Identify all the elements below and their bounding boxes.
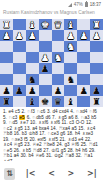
square-d7[interactable]: ♟ [52, 85, 65, 96]
previous-move-button[interactable]: < [46, 168, 57, 180]
black-bishop: ♝ [67, 97, 76, 107]
square-h5[interactable] [0, 63, 13, 74]
square-d6[interactable] [52, 74, 65, 85]
square-b3[interactable] [77, 41, 90, 52]
square-h6[interactable] [0, 74, 13, 85]
square-c4[interactable] [64, 52, 77, 63]
white-pawn: ♟ [79, 31, 88, 41]
flip-board-button[interactable]: ⇅ [4, 168, 15, 180]
white-bishop: ♝ [28, 20, 37, 30]
square-b5[interactable] [77, 63, 90, 74]
black-rook: ♜ [92, 97, 101, 107]
square-d4[interactable]: ♞ [52, 52, 65, 63]
white-knight: ♞ [54, 53, 63, 63]
square-d8[interactable]: ♛ [52, 96, 65, 107]
square-a5[interactable] [90, 63, 103, 74]
white-queen: ♛ [54, 20, 63, 30]
chess-board: ♜♝♚♛♝♜♟♟♟♟♟♟♞♟♞♟♞♞♟♟♟♟♟♟♜♝♚♛♝♜ [0, 19, 103, 107]
square-f4[interactable] [26, 52, 39, 63]
square-c3[interactable]: ♞ [64, 41, 77, 52]
signal-icon [68, 3, 72, 7]
square-a3[interactable] [90, 41, 103, 52]
square-a2[interactable]: ♟ [90, 30, 103, 41]
square-g5[interactable] [13, 63, 26, 74]
square-h2[interactable]: ♟ [0, 30, 13, 41]
first-move-button[interactable]: |< [24, 168, 38, 180]
square-c2[interactable]: ♟ [64, 30, 77, 41]
black-knight: ♞ [28, 75, 37, 85]
square-c7[interactable] [64, 85, 77, 96]
square-g1[interactable] [13, 19, 26, 30]
square-d1[interactable]: ♛ [52, 19, 65, 30]
white-pawn: ♟ [2, 31, 11, 41]
square-c6[interactable]: ♞ [64, 74, 77, 85]
square-f2[interactable]: ♟ [26, 30, 39, 41]
square-f1[interactable]: ♝ [26, 19, 39, 30]
square-g6[interactable] [13, 74, 26, 85]
black-pawn: ♟ [92, 86, 101, 96]
next-move-button[interactable]: > [66, 168, 77, 180]
square-g2[interactable]: ♟ [13, 30, 26, 41]
square-a6[interactable] [90, 74, 103, 85]
square-h4[interactable] [0, 52, 13, 63]
white-rook: ♜ [92, 20, 101, 30]
moves-after-current[interactable]: 6. ♘db5 d6 7. ♗g5 a6 8. ♘a3 b5 9. ♘d5 ♗e… [3, 115, 98, 162]
square-g8[interactable] [13, 96, 26, 107]
square-d2[interactable] [52, 30, 65, 41]
square-e4[interactable]: ♟ [39, 52, 52, 63]
white-rook: ♜ [2, 20, 11, 30]
square-b1[interactable] [77, 19, 90, 30]
square-e2[interactable] [39, 30, 52, 41]
square-g4[interactable] [13, 52, 26, 63]
white-pawn: ♟ [15, 31, 24, 41]
square-e7[interactable] [39, 85, 52, 96]
navigation-toolbar: ⇅ |< < > >| [0, 164, 103, 183]
last-move-button[interactable]: >| [85, 168, 99, 180]
black-pawn: ♟ [28, 86, 37, 96]
square-e1[interactable]: ♚ [39, 19, 52, 30]
black-rook: ♜ [2, 97, 11, 107]
move-list[interactable]: 1. e4 c5 2. ♘f3 ♘c6 3. d4 cxd4 4. ♘xd4 ♘… [0, 107, 103, 161]
square-e8[interactable]: ♚ [39, 96, 52, 107]
white-pawn: ♟ [28, 31, 37, 41]
square-b8[interactable] [77, 96, 90, 107]
white-bishop: ♝ [67, 20, 76, 30]
square-h7[interactable]: ♟ [0, 85, 13, 96]
square-g7[interactable]: ♟ [13, 85, 26, 96]
square-a1[interactable]: ♜ [90, 19, 103, 30]
square-h8[interactable]: ♜ [0, 96, 13, 107]
square-e5[interactable]: ♟ [39, 63, 52, 74]
square-g3[interactable] [13, 41, 26, 52]
white-knight: ♞ [67, 42, 76, 52]
black-pawn: ♟ [54, 86, 63, 96]
white-king: ♚ [41, 20, 50, 30]
square-h3[interactable] [0, 41, 13, 52]
battery-percent: 47% [74, 2, 83, 7]
black-knight: ♞ [67, 75, 76, 85]
clock-time: 18:37 [90, 2, 101, 7]
square-e6[interactable] [39, 74, 52, 85]
square-d5[interactable] [52, 63, 65, 74]
square-f7[interactable]: ♟ [26, 85, 39, 96]
square-c5[interactable] [64, 63, 77, 74]
square-b2[interactable]: ♟ [77, 30, 90, 41]
square-b7[interactable]: ♟ [77, 85, 90, 96]
square-f3[interactable] [26, 41, 39, 52]
black-king: ♚ [41, 97, 50, 107]
square-d3[interactable] [52, 41, 65, 52]
white-pawn: ♟ [41, 53, 50, 63]
square-c1[interactable]: ♝ [64, 19, 77, 30]
square-a4[interactable] [90, 52, 103, 63]
square-h1[interactable]: ♜ [0, 19, 13, 30]
square-f8[interactable]: ♝ [26, 96, 39, 107]
square-b4[interactable] [77, 52, 90, 63]
square-f5[interactable] [26, 63, 39, 74]
black-pawn: ♟ [79, 86, 88, 96]
status-bar: 47% 18:37 [0, 0, 103, 8]
square-c8[interactable]: ♝ [64, 96, 77, 107]
black-pawn: ♟ [15, 86, 24, 96]
square-a8[interactable]: ♜ [90, 96, 103, 107]
white-pawn: ♟ [92, 31, 101, 41]
square-e3[interactable] [39, 41, 52, 52]
square-a7[interactable]: ♟ [90, 85, 103, 96]
white-pawn: ♟ [67, 31, 76, 41]
battery-icon [85, 2, 88, 7]
page-title: Rustam Kasimdzhanov vs Magnus Carlsen [0, 8, 103, 17]
square-b6[interactable] [77, 74, 90, 85]
black-pawn: ♟ [2, 86, 11, 96]
black-pawn: ♟ [41, 64, 50, 74]
square-f6[interactable]: ♞ [26, 74, 39, 85]
black-bishop: ♝ [28, 97, 37, 107]
black-queen: ♛ [54, 97, 63, 107]
